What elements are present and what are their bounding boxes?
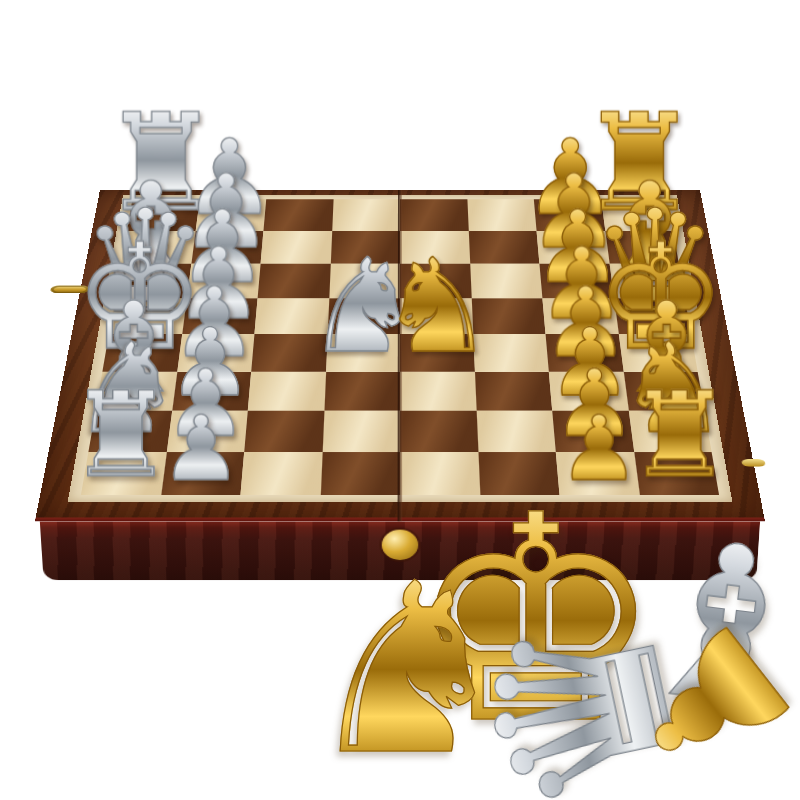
square-f3[interactable] — [248, 372, 326, 411]
right-latch — [741, 459, 766, 467]
square-f6[interactable] — [474, 372, 552, 411]
square-f5[interactable] — [400, 372, 476, 411]
product-photo: ♜♟♟♜♟♟♝♟♟♝♛♟♟♛♚♟♞♞♟♚♝♟♟♝♞♟♟♞♜♟♟♜ ♞ ♚ ♛ ♝… — [0, 0, 800, 800]
square-g3[interactable] — [244, 411, 324, 452]
square-h4[interactable] — [320, 452, 400, 495]
piece-silver-P-h2[interactable]: ♟ — [160, 404, 241, 494]
square-h2[interactable]: ♟ — [161, 452, 245, 495]
square-g4[interactable] — [322, 411, 400, 452]
square-f4[interactable] — [324, 372, 400, 411]
square-a5[interactable] — [400, 199, 468, 231]
square-g6[interactable] — [476, 411, 556, 452]
square-h1[interactable]: ♜ — [81, 452, 166, 495]
piece-gold-N-e5[interactable]: ♞ — [379, 241, 495, 371]
square-e5[interactable]: ♞ — [400, 334, 474, 372]
piece-silver-R-h1[interactable]: ♜ — [68, 376, 173, 493]
square-a4[interactable] — [332, 199, 400, 231]
square-g5[interactable] — [400, 411, 478, 452]
square-h3[interactable] — [240, 452, 322, 495]
